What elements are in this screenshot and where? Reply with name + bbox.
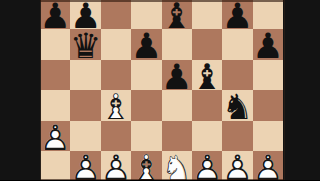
white-pawn: ♟♙	[252, 152, 283, 180]
black-pawn: ♟	[40, 1, 71, 31]
square-b4[interactable]	[70, 90, 100, 120]
square-f3[interactable]	[192, 121, 222, 151]
white-bishop: ♝♗	[131, 152, 162, 180]
square-c2[interactable]: ♟♙	[101, 151, 131, 180]
black-queen: ♛	[70, 31, 101, 61]
video-frame: ♟♟♝♟♛♟♟♟♝♝♗♞♟♙♟♙♟♙♝♗♞♘♟♙♟♙♟♙	[0, 0, 320, 180]
square-d5[interactable]	[131, 60, 161, 90]
black-knight: ♞	[222, 92, 253, 122]
square-g4[interactable]: ♞	[222, 90, 252, 120]
square-f6[interactable]	[192, 29, 222, 59]
square-g3[interactable]	[222, 121, 252, 151]
square-f2[interactable]: ♟♙	[192, 151, 222, 180]
square-f4[interactable]	[192, 90, 222, 120]
square-g6[interactable]	[222, 29, 252, 59]
square-c6[interactable]	[101, 29, 131, 59]
square-d4[interactable]	[131, 90, 161, 120]
square-h6[interactable]: ♟	[253, 29, 283, 59]
square-b3[interactable]	[70, 121, 100, 151]
square-d6[interactable]: ♟	[131, 29, 161, 59]
white-knight: ♞♘	[161, 152, 192, 180]
letterbox-left	[0, 0, 41, 180]
square-c3[interactable]	[101, 121, 131, 151]
square-c5[interactable]	[101, 60, 131, 90]
square-h4[interactable]	[253, 90, 283, 120]
white-pawn: ♟♙	[100, 152, 131, 180]
black-pawn: ♟	[222, 1, 253, 31]
square-c7[interactable]	[101, 0, 131, 29]
black-pawn: ♟	[131, 31, 162, 61]
square-e5[interactable]: ♟	[162, 60, 192, 90]
square-d2[interactable]: ♝♗	[131, 151, 161, 180]
frame-edge-bottom	[40, 179, 284, 181]
square-c4[interactable]: ♝♗	[101, 90, 131, 120]
white-bishop: ♝♗	[100, 92, 131, 122]
square-d3[interactable]	[131, 121, 161, 151]
square-g2[interactable]: ♟♙	[222, 151, 252, 180]
square-a5[interactable]	[40, 60, 70, 90]
black-bishop: ♝	[161, 1, 192, 31]
square-e4[interactable]	[162, 90, 192, 120]
square-g7[interactable]: ♟	[222, 0, 252, 29]
chess-board: ♟♟♝♟♛♟♟♟♝♝♗♞♟♙♟♙♟♙♝♗♞♘♟♙♟♙♟♙	[40, 0, 283, 180]
square-f7[interactable]	[192, 0, 222, 29]
white-pawn: ♟♙	[222, 152, 253, 180]
square-e6[interactable]	[162, 29, 192, 59]
white-pawn: ♟♙	[191, 152, 222, 180]
black-bishop: ♝	[191, 61, 222, 91]
black-pawn: ♟	[252, 31, 283, 61]
square-b2[interactable]: ♟♙	[70, 151, 100, 180]
square-b5[interactable]	[70, 60, 100, 90]
square-a6[interactable]	[40, 29, 70, 59]
square-g5[interactable]	[222, 60, 252, 90]
square-h2[interactable]: ♟♙	[253, 151, 283, 180]
square-e2[interactable]: ♞♘	[162, 151, 192, 180]
white-pawn: ♟♙	[70, 152, 101, 180]
white-pawn: ♟♙	[40, 122, 71, 152]
square-h5[interactable]	[253, 60, 283, 90]
square-a2[interactable]	[40, 151, 70, 180]
square-h3[interactable]	[253, 121, 283, 151]
square-a7[interactable]: ♟	[40, 0, 70, 29]
square-a4[interactable]	[40, 90, 70, 120]
frame-edge-top	[40, 0, 284, 2]
square-e3[interactable]	[162, 121, 192, 151]
black-pawn: ♟	[161, 61, 192, 91]
square-b6[interactable]: ♛	[70, 29, 100, 59]
letterbox-right	[284, 0, 320, 180]
square-e7[interactable]: ♝	[162, 0, 192, 29]
square-f5[interactable]: ♝	[192, 60, 222, 90]
square-a3[interactable]: ♟♙	[40, 121, 70, 151]
